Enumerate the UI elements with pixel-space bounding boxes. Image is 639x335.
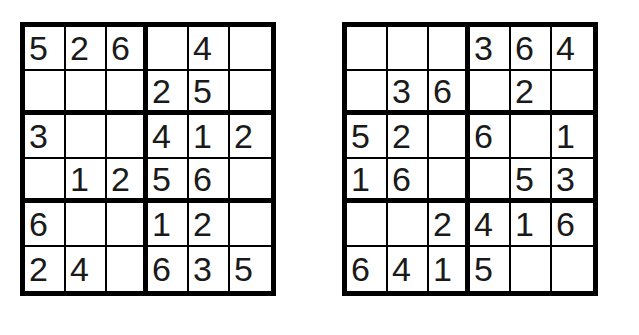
given-digit: 4 xyxy=(392,252,411,286)
board-right-cell-r4c6: 3 xyxy=(552,159,593,203)
board-right-cell-r3c4: 6 xyxy=(470,115,511,159)
given-digit: 5 xyxy=(152,162,171,196)
given-digit: 6 xyxy=(392,162,411,196)
given-digit: 6 xyxy=(474,119,493,153)
given-digit: 2 xyxy=(433,207,452,241)
given-digit: 2 xyxy=(234,119,253,153)
board-left-cell-r6c4: 6 xyxy=(148,247,189,291)
board-left-cell-r1c5: 4 xyxy=(189,27,230,71)
board-right-cell-r6c3: 1 xyxy=(429,247,470,291)
board-left-cell-r2c3[interactable] xyxy=(107,71,148,115)
board-left-cell-r5c2[interactable] xyxy=(66,203,107,247)
board-right-cell-r2c4[interactable] xyxy=(470,71,511,115)
board-right-cell-r5c2[interactable] xyxy=(388,203,429,247)
board-left-cell-r6c3[interactable] xyxy=(107,247,148,291)
board-right-cell-r4c1: 1 xyxy=(347,159,388,203)
board-right-cell-r4c5: 5 xyxy=(511,159,552,203)
given-digit: 2 xyxy=(392,119,411,153)
given-digit: 6 xyxy=(351,252,370,286)
board-left-cell-r3c1: 3 xyxy=(25,115,66,159)
board-left-cell-r1c1: 5 xyxy=(25,27,66,71)
given-digit: 1 xyxy=(193,119,212,153)
given-digit: 6 xyxy=(556,207,575,241)
given-digit: 3 xyxy=(392,74,411,108)
board-right-cell-r3c3[interactable] xyxy=(429,115,470,159)
board-left-cell-r5c3[interactable] xyxy=(107,203,148,247)
board-right-cell-r2c6[interactable] xyxy=(552,71,593,115)
board-right-cell-r1c5: 6 xyxy=(511,27,552,71)
board-left-cell-r3c6: 2 xyxy=(230,115,271,159)
board-right-cell-r6c1: 6 xyxy=(347,247,388,291)
board-left-cell-r2c2[interactable] xyxy=(66,71,107,115)
board-right-cell-r6c2: 4 xyxy=(388,247,429,291)
board-left-cell-r5c6[interactable] xyxy=(230,203,271,247)
board-left-cell-r1c2: 2 xyxy=(66,27,107,71)
given-digit: 5 xyxy=(234,252,253,286)
board-left-cell-r6c2: 4 xyxy=(66,247,107,291)
given-digit: 4 xyxy=(556,31,575,65)
board-left-cell-r5c4: 1 xyxy=(148,203,189,247)
given-digit: 2 xyxy=(111,162,130,196)
board-right-cell-r3c5[interactable] xyxy=(511,115,552,159)
given-digit: 6 xyxy=(433,74,452,108)
given-digit: 5 xyxy=(193,74,212,108)
board-right-cell-r5c4: 4 xyxy=(470,203,511,247)
board-left-cell-r6c1: 2 xyxy=(25,247,66,291)
given-digit: 4 xyxy=(70,252,89,286)
board-right-cell-r6c5[interactable] xyxy=(511,247,552,291)
board-left-cell-r3c3[interactable] xyxy=(107,115,148,159)
board-right-cell-r1c1[interactable] xyxy=(347,27,388,71)
board-right-cell-r5c3: 2 xyxy=(429,203,470,247)
board-right-cell-r3c1: 5 xyxy=(347,115,388,159)
board-left-cell-r3c4: 4 xyxy=(148,115,189,159)
given-digit: 1 xyxy=(70,162,89,196)
given-digit: 2 xyxy=(29,252,48,286)
board-right-cell-r1c6: 4 xyxy=(552,27,593,71)
given-digit: 5 xyxy=(351,119,370,153)
board-right-cell-r2c5: 2 xyxy=(511,71,552,115)
board-left-cell-r6c5: 3 xyxy=(189,247,230,291)
given-digit: 6 xyxy=(111,31,130,65)
board-left-cell-r4c2: 1 xyxy=(66,159,107,203)
given-digit: 3 xyxy=(474,31,493,65)
board-right-cell-r2c2: 3 xyxy=(388,71,429,115)
given-digit: 4 xyxy=(193,31,212,65)
sudoku-worksheet: 5264253412125661224635 36436252611653241… xyxy=(0,0,639,335)
board-right-cell-r6c4: 5 xyxy=(470,247,511,291)
given-digit: 3 xyxy=(29,119,48,153)
given-digit: 2 xyxy=(193,207,212,241)
given-digit: 6 xyxy=(29,207,48,241)
given-digit: 3 xyxy=(193,252,212,286)
board-right-cell-r5c5: 1 xyxy=(511,203,552,247)
given-digit: 3 xyxy=(556,162,575,196)
board-right-cell-r5c6: 6 xyxy=(552,203,593,247)
board-left-cell-r3c2[interactable] xyxy=(66,115,107,159)
board-right-cell-r4c3[interactable] xyxy=(429,159,470,203)
board-right-cell-r2c3: 6 xyxy=(429,71,470,115)
board-right-cell-r5c1[interactable] xyxy=(347,203,388,247)
board-right-cell-r3c2: 2 xyxy=(388,115,429,159)
board-left-cell-r5c5: 2 xyxy=(189,203,230,247)
given-digit: 2 xyxy=(152,74,171,108)
boards-container: 5264253412125661224635 36436252611653241… xyxy=(0,0,639,296)
given-digit: 1 xyxy=(351,162,370,196)
board-left-cell-r5c1: 6 xyxy=(25,203,66,247)
board-left-cell-r4c1[interactable] xyxy=(25,159,66,203)
given-digit: 6 xyxy=(193,162,212,196)
board-left-cell-r4c4: 5 xyxy=(148,159,189,203)
board-right-cell-r4c4[interactable] xyxy=(470,159,511,203)
board-left-cell-r2c5: 5 xyxy=(189,71,230,115)
given-digit: 2 xyxy=(515,74,534,108)
board-left-cell-r1c3: 6 xyxy=(107,27,148,71)
given-digit: 5 xyxy=(515,162,534,196)
board-right-cell-r1c3[interactable] xyxy=(429,27,470,71)
board-right-cell-r3c6: 1 xyxy=(552,115,593,159)
given-digit: 4 xyxy=(152,119,171,153)
sudoku-board-left: 5264253412125661224635 xyxy=(20,22,276,296)
given-digit: 6 xyxy=(515,31,534,65)
board-left-cell-r4c5: 6 xyxy=(189,159,230,203)
given-digit: 1 xyxy=(515,207,534,241)
board-right-cell-r6c6[interactable] xyxy=(552,247,593,291)
given-digit: 1 xyxy=(556,119,575,153)
board-right-cell-r1c4: 3 xyxy=(470,27,511,71)
board-left-cell-r4c6[interactable] xyxy=(230,159,271,203)
sudoku-board-right: 3643625261165324166415 xyxy=(342,22,598,296)
given-digit: 2 xyxy=(70,31,89,65)
board-right-cell-r4c2: 6 xyxy=(388,159,429,203)
board-left-cell-r1c6[interactable] xyxy=(230,27,271,71)
board-left-cell-r6c6: 5 xyxy=(230,247,271,291)
board-left-cell-r2c1[interactable] xyxy=(25,71,66,115)
board-left-cell-r2c6[interactable] xyxy=(230,71,271,115)
board-right-cell-r2c1[interactable] xyxy=(347,71,388,115)
board-right-cell-r1c2[interactable] xyxy=(388,27,429,71)
board-left-cell-r1c4[interactable] xyxy=(148,27,189,71)
board-left-cell-r4c3: 2 xyxy=(107,159,148,203)
given-digit: 5 xyxy=(474,252,493,286)
given-digit: 5 xyxy=(29,31,48,65)
board-left-cell-r2c4: 2 xyxy=(148,71,189,115)
given-digit: 4 xyxy=(474,207,493,241)
given-digit: 1 xyxy=(152,207,171,241)
given-digit: 6 xyxy=(152,252,171,286)
board-left-cell-r3c5: 1 xyxy=(189,115,230,159)
given-digit: 1 xyxy=(433,252,452,286)
